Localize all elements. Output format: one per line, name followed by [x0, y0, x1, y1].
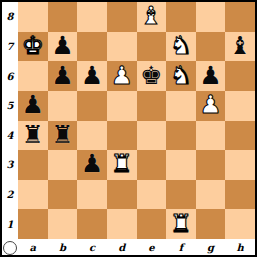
rank-label-4: 4 [2, 121, 18, 151]
chess-board[interactable]: ♝♚♟♞♝♟♟♟♚♞♟♟♟♜♜♟♜♜ [18, 2, 255, 239]
square-b6[interactable]: ♟ [48, 61, 78, 91]
square-e3[interactable] [137, 150, 167, 180]
rank-label-6: 6 [2, 61, 18, 91]
square-f6[interactable]: ♞ [166, 61, 196, 91]
black-king-e6[interactable]: ♚ [140, 63, 162, 88]
square-f4[interactable] [166, 121, 196, 151]
rank-label-3: 3 [2, 150, 18, 180]
square-a1[interactable] [18, 209, 48, 239]
square-h4[interactable] [225, 121, 255, 151]
file-label-d: d [107, 239, 137, 255]
square-g5[interactable]: ♟ [196, 91, 226, 121]
black-pawn-b6[interactable]: ♟ [51, 63, 73, 88]
square-c3[interactable]: ♟ [77, 150, 107, 180]
square-f7[interactable]: ♞ [166, 32, 196, 62]
square-h2[interactable] [225, 180, 255, 210]
square-a5[interactable]: ♟ [18, 91, 48, 121]
black-rook-a4[interactable]: ♜ [22, 122, 44, 147]
square-d7[interactable] [107, 32, 137, 62]
square-a7[interactable]: ♚ [18, 32, 48, 62]
square-b1[interactable] [48, 209, 78, 239]
square-a8[interactable] [18, 2, 48, 32]
square-d6[interactable]: ♟ [107, 61, 137, 91]
square-c8[interactable] [77, 2, 107, 32]
square-g4[interactable] [196, 121, 226, 151]
square-d1[interactable] [107, 209, 137, 239]
square-e7[interactable] [137, 32, 167, 62]
square-h8[interactable] [225, 2, 255, 32]
square-e8[interactable]: ♝ [137, 2, 167, 32]
chess-diagram: 87654321 ♝♚♟♞♝♟♟♟♚♞♟♟♟♜♜♟♜♜ abcdefgh [0, 0, 257, 257]
rank-label-2: 2 [2, 180, 18, 210]
square-h3[interactable] [225, 150, 255, 180]
file-label-c: c [77, 239, 107, 255]
square-b8[interactable] [48, 2, 78, 32]
black-rook-b4[interactable]: ♜ [51, 122, 73, 147]
square-g7[interactable] [196, 32, 226, 62]
square-b3[interactable] [48, 150, 78, 180]
square-c5[interactable] [77, 91, 107, 121]
rank-label-7: 7 [2, 32, 18, 62]
square-d3[interactable]: ♜ [107, 150, 137, 180]
black-bishop-h7[interactable]: ♝ [229, 33, 251, 58]
rank-label-8: 8 [2, 2, 18, 32]
square-d8[interactable] [107, 2, 137, 32]
square-g3[interactable] [196, 150, 226, 180]
square-e5[interactable] [137, 91, 167, 121]
square-b2[interactable] [48, 180, 78, 210]
square-b5[interactable] [48, 91, 78, 121]
square-a6[interactable] [18, 61, 48, 91]
white-knight-f6[interactable]: ♞ [170, 63, 192, 88]
square-f2[interactable] [166, 180, 196, 210]
square-f8[interactable] [166, 2, 196, 32]
square-e6[interactable]: ♚ [137, 61, 167, 91]
square-h1[interactable] [225, 209, 255, 239]
square-g1[interactable] [196, 209, 226, 239]
black-pawn-a5[interactable]: ♟ [22, 92, 44, 117]
white-king-a7[interactable]: ♚ [22, 33, 44, 58]
file-label-a: a [18, 239, 48, 255]
square-f3[interactable] [166, 150, 196, 180]
square-a4[interactable]: ♜ [18, 121, 48, 151]
white-to-move-indicator [3, 241, 17, 255]
square-a3[interactable] [18, 150, 48, 180]
square-f5[interactable] [166, 91, 196, 121]
square-c1[interactable] [77, 209, 107, 239]
square-g8[interactable] [196, 2, 226, 32]
file-labels: abcdefgh [18, 239, 255, 255]
square-a2[interactable] [18, 180, 48, 210]
square-b4[interactable]: ♜ [48, 121, 78, 151]
white-pawn-d6[interactable]: ♟ [110, 63, 132, 88]
black-pawn-c6[interactable]: ♟ [81, 63, 103, 88]
square-h7[interactable]: ♝ [225, 32, 255, 62]
square-b7[interactable]: ♟ [48, 32, 78, 62]
square-h5[interactable] [225, 91, 255, 121]
black-pawn-g6[interactable]: ♟ [199, 63, 221, 88]
square-g2[interactable] [196, 180, 226, 210]
rank-label-5: 5 [2, 91, 18, 121]
square-e1[interactable] [137, 209, 167, 239]
square-f1[interactable]: ♜ [166, 209, 196, 239]
square-g6[interactable]: ♟ [196, 61, 226, 91]
square-d4[interactable] [107, 121, 137, 151]
file-label-f: f [166, 239, 196, 255]
white-rook-f1[interactable]: ♜ [170, 211, 192, 236]
square-e4[interactable] [137, 121, 167, 151]
file-label-g: g [196, 239, 226, 255]
rank-labels: 87654321 [2, 2, 18, 239]
black-pawn-b7[interactable]: ♟ [51, 33, 73, 58]
square-e2[interactable] [137, 180, 167, 210]
white-rook-d3[interactable]: ♜ [110, 151, 132, 176]
file-label-b: b [48, 239, 78, 255]
square-d2[interactable] [107, 180, 137, 210]
square-c4[interactable] [77, 121, 107, 151]
square-h6[interactable] [225, 61, 255, 91]
rank-label-1: 1 [2, 209, 18, 239]
file-label-h: h [225, 239, 255, 255]
file-label-e: e [137, 239, 167, 255]
square-c7[interactable] [77, 32, 107, 62]
square-c6[interactable]: ♟ [77, 61, 107, 91]
white-knight-f7[interactable]: ♞ [170, 33, 192, 58]
square-c2[interactable] [77, 180, 107, 210]
black-pawn-c3[interactable]: ♟ [81, 151, 103, 176]
square-d5[interactable] [107, 91, 137, 121]
white-bishop-e8[interactable]: ♝ [140, 3, 162, 28]
white-pawn-g5[interactable]: ♟ [199, 92, 221, 117]
